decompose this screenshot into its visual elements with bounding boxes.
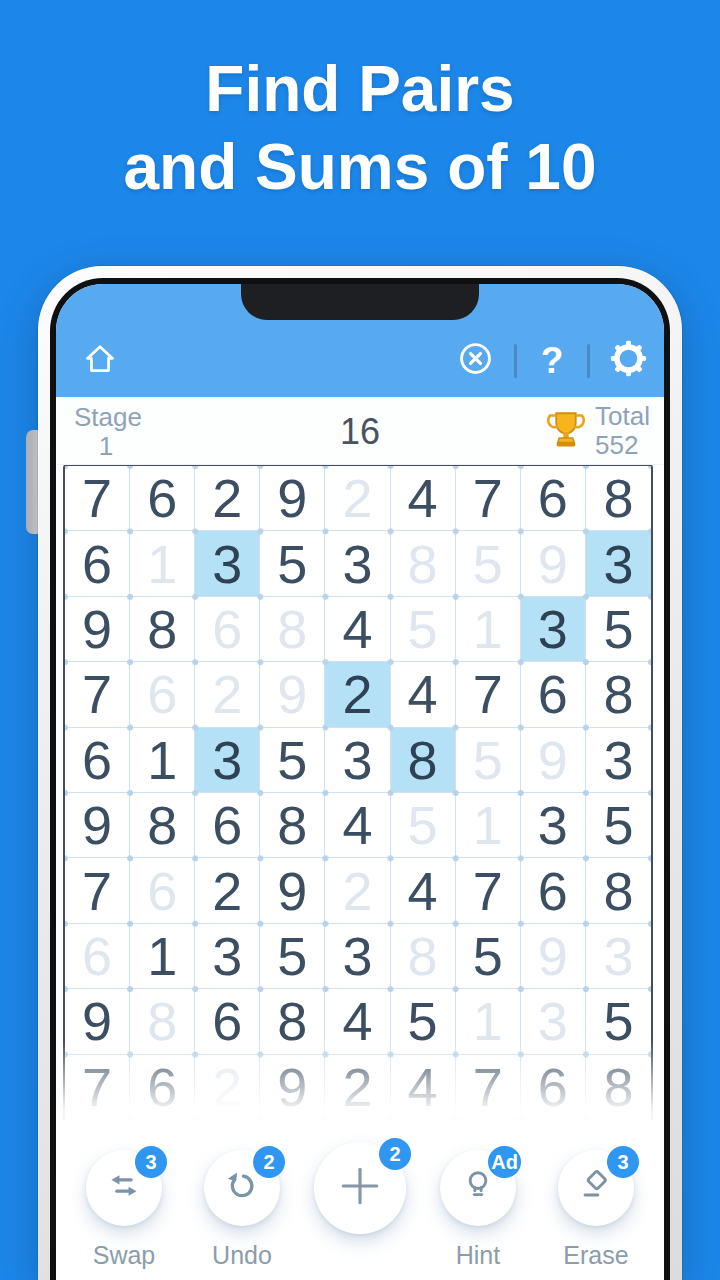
cell-r3c1[interactable]: 9 bbox=[65, 597, 130, 662]
cell-r4c5[interactable]: 2 bbox=[325, 662, 390, 727]
cell-r2c9[interactable]: 3 bbox=[586, 531, 651, 596]
cell-r2c6[interactable]: 8 bbox=[391, 531, 456, 596]
cell-r2c8[interactable]: 9 bbox=[521, 531, 586, 596]
cell-r4c7[interactable]: 7 bbox=[456, 662, 521, 727]
cell-r8c9[interactable]: 3 bbox=[586, 924, 651, 989]
cell-r7c8[interactable]: 6 bbox=[521, 858, 586, 923]
cell-r1c9[interactable]: 8 bbox=[586, 466, 651, 531]
toolbar-item-swap: 3Swap bbox=[66, 1142, 182, 1270]
cell-r5c7[interactable]: 5 bbox=[456, 728, 521, 793]
page-title: Find Pairs and Sums of 10 bbox=[0, 50, 720, 206]
total-label: Total bbox=[595, 402, 650, 431]
undo-button[interactable]: 2 bbox=[204, 1150, 280, 1226]
cell-r3c9[interactable]: 5 bbox=[586, 597, 651, 662]
cell-r5c8[interactable]: 9 bbox=[521, 728, 586, 793]
cell-r3c3[interactable]: 6 bbox=[195, 597, 260, 662]
header-divider bbox=[514, 344, 517, 378]
cell-r8c1[interactable]: 6 bbox=[65, 924, 130, 989]
cell-r6c5[interactable]: 4 bbox=[325, 793, 390, 858]
cell-r1c8[interactable]: 6 bbox=[521, 466, 586, 531]
cell-r5c4[interactable]: 5 bbox=[260, 728, 325, 793]
board-grid: 7629247686135385939868451357629247686135… bbox=[63, 464, 653, 1120]
cell-r1c1[interactable]: 7 bbox=[65, 466, 130, 531]
hint-badge: Ad bbox=[488, 1146, 521, 1178]
home-icon bbox=[82, 338, 118, 382]
cell-r7c4[interactable]: 9 bbox=[260, 858, 325, 923]
trophy-icon bbox=[545, 408, 587, 454]
cell-r4c3[interactable]: 2 bbox=[195, 662, 260, 727]
hint-button[interactable]: Ad bbox=[440, 1150, 516, 1226]
board: 7629247686135385939868451357629247686135… bbox=[63, 464, 653, 1120]
eraser-icon bbox=[577, 1167, 615, 1209]
phone-frame: ? bbox=[38, 266, 682, 1280]
add-badge: 2 bbox=[379, 1138, 411, 1170]
board-fade-overlay bbox=[56, 1039, 664, 1151]
cell-r4c1[interactable]: 7 bbox=[65, 662, 130, 727]
cell-r2c1[interactable]: 6 bbox=[65, 531, 130, 596]
help-button[interactable]: ? bbox=[535, 341, 569, 381]
cell-r8c5[interactable]: 3 bbox=[325, 924, 390, 989]
cell-r6c2[interactable]: 8 bbox=[130, 793, 195, 858]
cell-r7c3[interactable]: 2 bbox=[195, 858, 260, 923]
cell-r7c7[interactable]: 7 bbox=[456, 858, 521, 923]
undo-arrow-icon bbox=[223, 1167, 261, 1209]
cell-r8c6[interactable]: 8 bbox=[391, 924, 456, 989]
phone-bezel: ? bbox=[50, 278, 670, 1280]
cell-r5c9[interactable]: 3 bbox=[586, 728, 651, 793]
cell-r2c4[interactable]: 5 bbox=[260, 531, 325, 596]
phone-screen: ? bbox=[56, 284, 664, 1280]
cell-r3c6[interactable]: 5 bbox=[391, 597, 456, 662]
erase-button[interactable]: 3 bbox=[558, 1150, 634, 1226]
hint-label: Hint bbox=[456, 1241, 500, 1270]
cell-r5c5[interactable]: 3 bbox=[325, 728, 390, 793]
gear-icon bbox=[608, 338, 649, 383]
erase-label: Erase bbox=[563, 1241, 628, 1270]
cell-r3c4[interactable]: 8 bbox=[260, 597, 325, 662]
cell-r8c3[interactable]: 3 bbox=[195, 924, 260, 989]
close-circle-icon bbox=[455, 338, 496, 383]
page-title-line2: and Sums of 10 bbox=[0, 128, 720, 206]
cell-r6c6[interactable]: 5 bbox=[391, 793, 456, 858]
header-divider bbox=[587, 344, 590, 378]
total-value: 552 bbox=[595, 431, 650, 460]
cell-r4c2[interactable]: 6 bbox=[130, 662, 195, 727]
cell-r1c6[interactable]: 4 bbox=[391, 466, 456, 531]
toolbar-item-hint: AdHint bbox=[420, 1142, 536, 1270]
add-button[interactable]: 2 bbox=[314, 1142, 406, 1234]
page-title-line1: Find Pairs bbox=[0, 50, 720, 128]
help-label: ? bbox=[541, 340, 564, 381]
cell-r5c6[interactable]: 8 bbox=[391, 728, 456, 793]
swap-button[interactable]: 3 bbox=[86, 1150, 162, 1226]
cell-r5c2[interactable]: 1 bbox=[130, 728, 195, 793]
cell-r1c4[interactable]: 9 bbox=[260, 466, 325, 531]
toolbar-item-add: 2 bbox=[302, 1142, 418, 1270]
home-button[interactable] bbox=[82, 340, 118, 380]
undo-label: Undo bbox=[212, 1241, 272, 1270]
cell-r7c6[interactable]: 4 bbox=[391, 858, 456, 923]
settings-button[interactable] bbox=[608, 338, 649, 383]
cell-r7c2[interactable]: 6 bbox=[130, 858, 195, 923]
erase-badge: 3 bbox=[607, 1146, 639, 1178]
phone-notch bbox=[241, 284, 479, 320]
cell-r6c3[interactable]: 6 bbox=[195, 793, 260, 858]
cell-r6c8[interactable]: 3 bbox=[521, 793, 586, 858]
cell-r6c9[interactable]: 5 bbox=[586, 793, 651, 858]
cell-r4c8[interactable]: 6 bbox=[521, 662, 586, 727]
swap-label: Swap bbox=[93, 1241, 156, 1270]
cell-r4c9[interactable]: 8 bbox=[586, 662, 651, 727]
cell-r3c7[interactable]: 1 bbox=[456, 597, 521, 662]
cell-r7c9[interactable]: 8 bbox=[586, 858, 651, 923]
toolbar-item-undo: 2Undo bbox=[184, 1142, 300, 1270]
swap-arrows-icon bbox=[105, 1167, 143, 1209]
cell-r1c3[interactable]: 2 bbox=[195, 466, 260, 531]
cell-r4c6[interactable]: 4 bbox=[391, 662, 456, 727]
cell-r6c7[interactable]: 1 bbox=[456, 793, 521, 858]
cell-r8c4[interactable]: 5 bbox=[260, 924, 325, 989]
cell-r7c5[interactable]: 2 bbox=[325, 858, 390, 923]
toolbar: 3Swap2Undo2AdHint3Erase bbox=[56, 1142, 664, 1270]
cell-r2c3[interactable]: 3 bbox=[195, 531, 260, 596]
cell-r1c5[interactable]: 2 bbox=[325, 466, 390, 531]
close-button[interactable] bbox=[455, 338, 496, 383]
cell-r8c2[interactable]: 1 bbox=[130, 924, 195, 989]
cell-r2c7[interactable]: 5 bbox=[456, 531, 521, 596]
cell-r5c1[interactable]: 6 bbox=[65, 728, 130, 793]
cell-r6c1[interactable]: 9 bbox=[65, 793, 130, 858]
undo-badge: 2 bbox=[253, 1146, 285, 1178]
total-block: Total 552 bbox=[545, 402, 650, 460]
toolbar-item-erase: 3Erase bbox=[538, 1142, 654, 1270]
status-bar: Stage 1 16 bbox=[56, 397, 664, 465]
plus-icon bbox=[336, 1162, 384, 1214]
cell-r3c5[interactable]: 4 bbox=[325, 597, 390, 662]
cell-r1c7[interactable]: 7 bbox=[456, 466, 521, 531]
cell-r6c4[interactable]: 8 bbox=[260, 793, 325, 858]
cell-r3c8[interactable]: 3 bbox=[521, 597, 586, 662]
cell-r3c2[interactable]: 8 bbox=[130, 597, 195, 662]
cell-r7c1[interactable]: 7 bbox=[65, 858, 130, 923]
cell-r2c2[interactable]: 1 bbox=[130, 531, 195, 596]
cell-r4c4[interactable]: 9 bbox=[260, 662, 325, 727]
cell-r1c2[interactable]: 6 bbox=[130, 466, 195, 531]
total-text: Total 552 bbox=[595, 402, 650, 460]
cell-r8c7[interactable]: 5 bbox=[456, 924, 521, 989]
swap-badge: 3 bbox=[135, 1146, 167, 1178]
cell-r8c8[interactable]: 9 bbox=[521, 924, 586, 989]
cell-r2c5[interactable]: 3 bbox=[325, 531, 390, 596]
cell-r5c3[interactable]: 3 bbox=[195, 728, 260, 793]
